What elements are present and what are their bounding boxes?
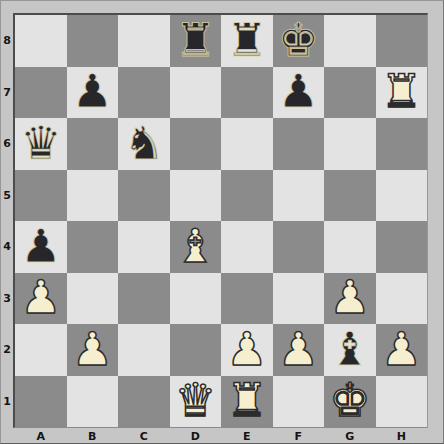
square-g5[interactable] xyxy=(324,170,376,222)
square-h3[interactable] xyxy=(376,273,428,325)
square-f5[interactable] xyxy=(273,170,325,222)
square-d4[interactable]: ♝ xyxy=(170,221,222,273)
piece-white-pawn-h2: ♟ xyxy=(381,326,422,372)
square-a5[interactable] xyxy=(15,170,67,222)
square-e8[interactable]: ♜ xyxy=(221,15,273,67)
square-f6[interactable] xyxy=(273,118,325,170)
square-g7[interactable] xyxy=(324,67,376,119)
square-g6[interactable] xyxy=(324,118,376,170)
piece-white-pawn-f2: ♟ xyxy=(278,326,319,372)
chess-diagram-frame: 87654321 ♜♜♚♟♟♜♛♞♟♝♟♟♟♟♟♝♟♛♜♚ ABCDEFGH xyxy=(0,0,444,444)
square-h4[interactable] xyxy=(376,221,428,273)
file-label-a: A xyxy=(15,429,67,444)
piece-white-pawn-a3: ♟ xyxy=(20,274,61,320)
rank-label-8: 8 xyxy=(1,15,13,67)
square-e7[interactable] xyxy=(221,67,273,119)
rank-label-3: 3 xyxy=(1,273,13,325)
square-b1[interactable] xyxy=(67,376,119,428)
file-label-d: D xyxy=(170,429,222,444)
square-h8[interactable] xyxy=(376,15,428,67)
piece-white-queen-d1: ♛ xyxy=(175,377,216,423)
square-f3[interactable] xyxy=(273,273,325,325)
square-b3[interactable] xyxy=(67,273,119,325)
square-a1[interactable] xyxy=(15,376,67,428)
square-b8[interactable] xyxy=(67,15,119,67)
square-h7[interactable]: ♜ xyxy=(376,67,428,119)
square-g8[interactable] xyxy=(324,15,376,67)
rank-label-6: 6 xyxy=(1,118,13,170)
square-c8[interactable] xyxy=(118,15,170,67)
file-label-h: H xyxy=(376,429,428,444)
square-b4[interactable] xyxy=(67,221,119,273)
square-c4[interactable] xyxy=(118,221,170,273)
square-f1[interactable] xyxy=(273,376,325,428)
square-a3[interactable]: ♟ xyxy=(15,273,67,325)
file-label-b: B xyxy=(67,429,119,444)
piece-black-queen-a6: ♛ xyxy=(20,120,61,166)
piece-white-king-g1: ♚ xyxy=(329,377,370,423)
square-f8[interactable]: ♚ xyxy=(273,15,325,67)
square-h6[interactable] xyxy=(376,118,428,170)
piece-white-pawn-g3: ♟ xyxy=(329,274,370,320)
square-e5[interactable] xyxy=(221,170,273,222)
square-c5[interactable] xyxy=(118,170,170,222)
square-e2[interactable]: ♟ xyxy=(221,324,273,376)
square-c3[interactable] xyxy=(118,273,170,325)
file-label-g: G xyxy=(324,429,376,444)
square-d1[interactable]: ♛ xyxy=(170,376,222,428)
rank-label-7: 7 xyxy=(1,67,13,119)
square-e3[interactable] xyxy=(221,273,273,325)
square-d2[interactable] xyxy=(170,324,222,376)
square-d3[interactable] xyxy=(170,273,222,325)
square-f7[interactable]: ♟ xyxy=(273,67,325,119)
square-h2[interactable]: ♟ xyxy=(376,324,428,376)
square-g1[interactable]: ♚ xyxy=(324,376,376,428)
piece-black-rook-d8: ♜ xyxy=(175,17,216,63)
square-g2[interactable]: ♝ xyxy=(324,324,376,376)
square-c2[interactable] xyxy=(118,324,170,376)
square-g3[interactable]: ♟ xyxy=(324,273,376,325)
square-d7[interactable] xyxy=(170,67,222,119)
rank-label-2: 2 xyxy=(1,324,13,376)
square-a2[interactable] xyxy=(15,324,67,376)
square-b6[interactable] xyxy=(67,118,119,170)
rank-label-1: 1 xyxy=(1,376,13,428)
square-c6[interactable]: ♞ xyxy=(118,118,170,170)
piece-white-rook-h7: ♜ xyxy=(381,68,422,114)
piece-white-bishop-d4: ♝ xyxy=(175,223,216,269)
file-labels: ABCDEFGH xyxy=(15,429,427,444)
square-d5[interactable] xyxy=(170,170,222,222)
piece-black-rook-e8: ♜ xyxy=(226,17,267,63)
piece-black-bishop-g2: ♝ xyxy=(329,326,370,372)
piece-white-pawn-b2: ♟ xyxy=(72,326,113,372)
square-d8[interactable]: ♜ xyxy=(170,15,222,67)
square-a7[interactable] xyxy=(15,67,67,119)
square-f4[interactable] xyxy=(273,221,325,273)
chess-board[interactable]: ♜♜♚♟♟♜♛♞♟♝♟♟♟♟♟♝♟♛♜♚ xyxy=(13,13,428,428)
square-h5[interactable] xyxy=(376,170,428,222)
piece-black-pawn-a4: ♟ xyxy=(20,223,61,269)
piece-black-pawn-f7: ♟ xyxy=(278,68,319,114)
piece-black-pawn-b7: ♟ xyxy=(72,68,113,114)
square-g4[interactable] xyxy=(324,221,376,273)
rank-label-5: 5 xyxy=(1,170,13,222)
square-a6[interactable]: ♛ xyxy=(15,118,67,170)
square-e1[interactable]: ♜ xyxy=(221,376,273,428)
piece-white-pawn-e2: ♟ xyxy=(226,326,267,372)
file-label-e: E xyxy=(221,429,273,444)
square-h1[interactable] xyxy=(376,376,428,428)
rank-label-4: 4 xyxy=(1,221,13,273)
square-a8[interactable] xyxy=(15,15,67,67)
square-b5[interactable] xyxy=(67,170,119,222)
piece-white-rook-e1: ♜ xyxy=(226,377,267,423)
square-f2[interactable]: ♟ xyxy=(273,324,325,376)
square-b7[interactable]: ♟ xyxy=(67,67,119,119)
rank-labels: 87654321 xyxy=(1,15,13,427)
square-e6[interactable] xyxy=(221,118,273,170)
piece-black-knight-c6: ♞ xyxy=(123,120,164,166)
square-a4[interactable]: ♟ xyxy=(15,221,67,273)
square-e4[interactable] xyxy=(221,221,273,273)
file-label-f: F xyxy=(273,429,325,444)
square-d6[interactable] xyxy=(170,118,222,170)
square-b2[interactable]: ♟ xyxy=(67,324,119,376)
square-c1[interactable] xyxy=(118,376,170,428)
piece-black-king-f8: ♚ xyxy=(278,17,319,63)
file-label-c: C xyxy=(118,429,170,444)
square-c7[interactable] xyxy=(118,67,170,119)
